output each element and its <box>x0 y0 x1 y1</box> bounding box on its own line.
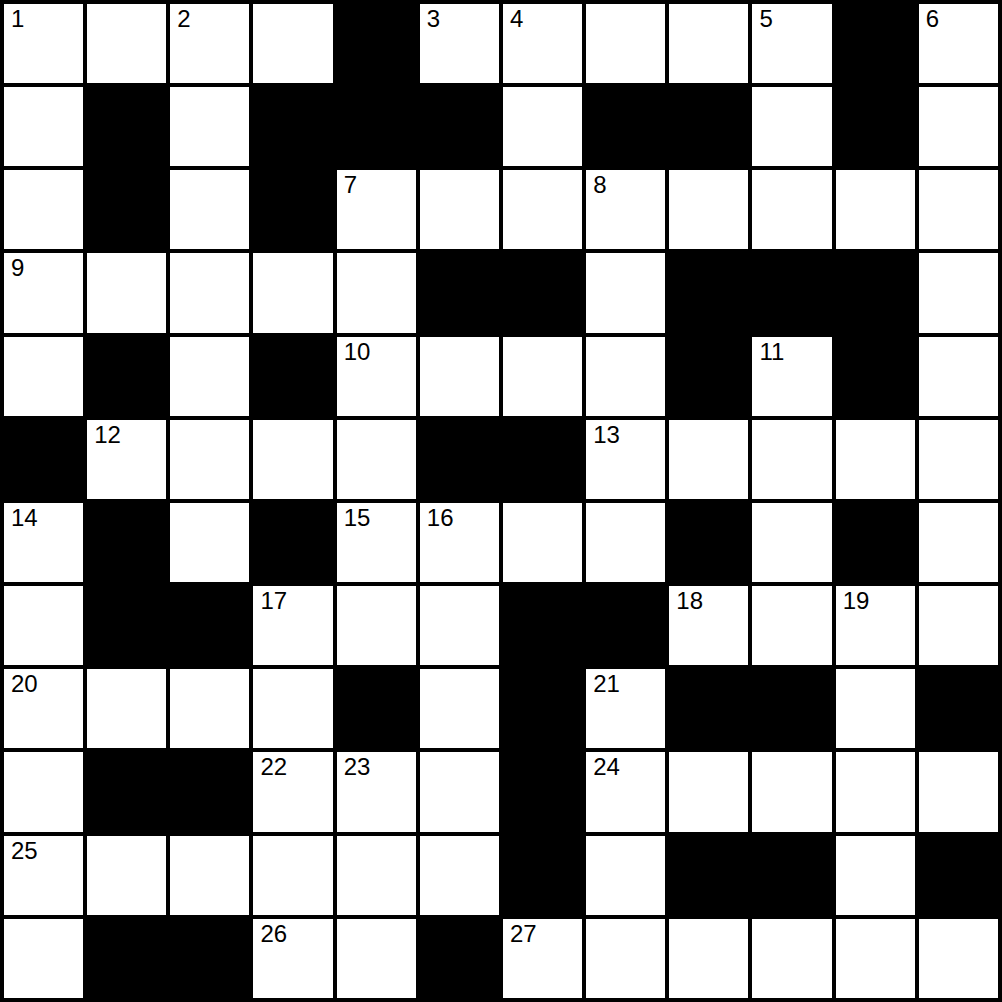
white-cell[interactable] <box>420 752 499 831</box>
white-cell[interactable] <box>87 836 166 915</box>
clue-number: 6 <box>926 5 939 33</box>
black-cell <box>420 420 499 499</box>
white-cell[interactable]: 10 <box>337 337 416 416</box>
white-cell[interactable] <box>420 586 499 665</box>
black-cell <box>253 503 332 582</box>
white-cell[interactable] <box>586 836 665 915</box>
clue-number: 21 <box>593 670 620 698</box>
white-cell[interactable] <box>752 919 831 998</box>
black-cell <box>669 503 748 582</box>
clue-number: 18 <box>676 587 703 615</box>
white-cell[interactable] <box>87 4 166 83</box>
white-cell[interactable]: 5 <box>752 4 831 83</box>
black-cell <box>919 669 998 748</box>
white-cell[interactable] <box>836 170 915 249</box>
clue-number: 1 <box>11 5 24 33</box>
white-cell[interactable] <box>503 87 582 166</box>
white-cell[interactable] <box>836 420 915 499</box>
clue-number: 14 <box>11 504 38 532</box>
black-cell <box>836 4 915 83</box>
black-cell <box>337 87 416 166</box>
black-cell <box>836 337 915 416</box>
white-cell[interactable]: 24 <box>586 752 665 831</box>
white-cell[interactable] <box>752 752 831 831</box>
white-cell[interactable] <box>87 253 166 332</box>
clue-number: 7 <box>344 171 357 199</box>
black-cell <box>253 337 332 416</box>
black-cell <box>87 337 166 416</box>
black-cell <box>586 586 665 665</box>
black-cell <box>919 836 998 915</box>
white-cell[interactable]: 3 <box>420 4 499 83</box>
white-cell[interactable] <box>836 669 915 748</box>
white-cell[interactable] <box>919 337 998 416</box>
white-cell[interactable] <box>4 170 83 249</box>
white-cell[interactable] <box>669 170 748 249</box>
white-cell[interactable] <box>919 503 998 582</box>
black-cell <box>669 337 748 416</box>
black-cell <box>87 503 166 582</box>
white-cell[interactable] <box>836 752 915 831</box>
white-cell[interactable] <box>669 919 748 998</box>
clue-number: 25 <box>11 837 38 865</box>
white-cell[interactable]: 26 <box>253 919 332 998</box>
white-cell[interactable] <box>669 4 748 83</box>
black-cell <box>836 253 915 332</box>
white-cell[interactable] <box>752 420 831 499</box>
white-cell[interactable] <box>253 420 332 499</box>
white-cell[interactable] <box>337 836 416 915</box>
white-cell[interactable] <box>919 752 998 831</box>
clue-number: 11 <box>759 338 784 366</box>
white-cell[interactable] <box>836 836 915 915</box>
clue-number: 12 <box>94 421 121 449</box>
black-cell <box>170 752 249 831</box>
white-cell[interactable] <box>170 420 249 499</box>
black-cell <box>669 87 748 166</box>
white-cell[interactable]: 21 <box>586 669 665 748</box>
white-cell[interactable] <box>170 87 249 166</box>
black-cell <box>836 503 915 582</box>
white-cell[interactable] <box>919 420 998 499</box>
clue-number: 23 <box>344 753 371 781</box>
black-cell <box>503 669 582 748</box>
black-cell <box>752 669 831 748</box>
clue-number: 5 <box>759 5 772 33</box>
black-cell <box>752 836 831 915</box>
white-cell[interactable] <box>337 586 416 665</box>
white-cell[interactable]: 14 <box>4 503 83 582</box>
black-cell <box>87 170 166 249</box>
white-cell[interactable]: 13 <box>586 420 665 499</box>
black-cell <box>337 4 416 83</box>
white-cell[interactable] <box>87 669 166 748</box>
black-cell <box>503 586 582 665</box>
clue-number: 22 <box>260 753 287 781</box>
white-cell[interactable] <box>919 919 998 998</box>
black-cell <box>87 919 166 998</box>
black-cell <box>752 253 831 332</box>
white-cell[interactable]: 9 <box>4 253 83 332</box>
black-cell <box>503 836 582 915</box>
white-cell[interactable]: 11 <box>752 337 831 416</box>
white-cell[interactable] <box>752 503 831 582</box>
white-cell[interactable] <box>253 836 332 915</box>
clue-number: 9 <box>11 254 24 282</box>
white-cell[interactable]: 23 <box>337 752 416 831</box>
white-cell[interactable]: 12 <box>87 420 166 499</box>
black-cell <box>420 919 499 998</box>
black-cell <box>253 170 332 249</box>
white-cell[interactable] <box>4 752 83 831</box>
white-cell[interactable] <box>253 253 332 332</box>
white-cell[interactable] <box>919 170 998 249</box>
black-cell <box>337 669 416 748</box>
black-cell <box>669 836 748 915</box>
white-cell[interactable] <box>170 503 249 582</box>
white-cell[interactable]: 20 <box>4 669 83 748</box>
black-cell <box>87 586 166 665</box>
white-cell[interactable] <box>586 503 665 582</box>
white-cell[interactable] <box>586 253 665 332</box>
white-cell[interactable] <box>420 669 499 748</box>
black-cell <box>503 253 582 332</box>
white-cell[interactable] <box>503 170 582 249</box>
white-cell[interactable] <box>170 253 249 332</box>
clue-number: 8 <box>593 171 606 199</box>
white-cell[interactable]: 15 <box>337 503 416 582</box>
clue-number: 10 <box>344 338 371 366</box>
white-cell[interactable]: 17 <box>253 586 332 665</box>
white-cell[interactable] <box>4 337 83 416</box>
white-cell[interactable]: 8 <box>586 170 665 249</box>
white-cell[interactable] <box>253 4 332 83</box>
white-cell[interactable]: 27 <box>503 919 582 998</box>
white-cell[interactable] <box>170 669 249 748</box>
black-cell <box>669 253 748 332</box>
white-cell[interactable] <box>420 170 499 249</box>
white-cell[interactable] <box>337 919 416 998</box>
clue-number: 17 <box>260 587 287 615</box>
clue-number: 26 <box>260 920 287 948</box>
white-cell[interactable] <box>919 586 998 665</box>
white-cell[interactable] <box>170 170 249 249</box>
white-cell[interactable]: 7 <box>337 170 416 249</box>
black-cell <box>503 420 582 499</box>
black-cell <box>420 253 499 332</box>
clue-number: 15 <box>344 504 371 532</box>
white-cell[interactable] <box>919 253 998 332</box>
white-cell[interactable]: 6 <box>919 4 998 83</box>
white-cell[interactable] <box>170 836 249 915</box>
white-cell[interactable] <box>752 586 831 665</box>
white-cell[interactable] <box>337 420 416 499</box>
white-cell[interactable] <box>669 420 748 499</box>
clue-number: 19 <box>843 587 870 615</box>
clue-number: 24 <box>593 753 620 781</box>
white-cell[interactable]: 4 <box>503 4 582 83</box>
white-cell[interactable] <box>337 253 416 332</box>
black-cell <box>503 752 582 831</box>
clue-number: 20 <box>11 670 38 698</box>
black-cell <box>669 669 748 748</box>
white-cell[interactable] <box>586 919 665 998</box>
clue-number: 2 <box>177 5 190 33</box>
clue-number: 4 <box>510 5 523 33</box>
white-cell[interactable] <box>420 337 499 416</box>
clue-number: 16 <box>427 504 454 532</box>
white-cell[interactable]: 25 <box>4 836 83 915</box>
white-cell[interactable]: 1 <box>4 4 83 83</box>
white-cell[interactable] <box>586 337 665 416</box>
white-cell[interactable]: 2 <box>170 4 249 83</box>
white-cell[interactable] <box>4 87 83 166</box>
clue-number: 13 <box>593 421 620 449</box>
white-cell[interactable] <box>253 669 332 748</box>
black-cell <box>170 586 249 665</box>
white-cell[interactable] <box>669 752 748 831</box>
black-cell <box>586 87 665 166</box>
white-cell[interactable]: 19 <box>836 586 915 665</box>
white-cell[interactable] <box>919 87 998 166</box>
white-cell[interactable] <box>420 836 499 915</box>
white-cell[interactable] <box>752 170 831 249</box>
crossword-grid: 1234567891011121314151617181920212223242… <box>0 0 1002 1002</box>
white-cell[interactable] <box>503 337 582 416</box>
white-cell[interactable]: 22 <box>253 752 332 831</box>
white-cell[interactable] <box>836 919 915 998</box>
black-cell <box>170 919 249 998</box>
clue-number: 3 <box>427 5 440 33</box>
white-cell[interactable]: 18 <box>669 586 748 665</box>
white-cell[interactable]: 16 <box>420 503 499 582</box>
clue-number: 27 <box>510 920 537 948</box>
white-cell[interactable] <box>586 4 665 83</box>
black-cell <box>87 752 166 831</box>
white-cell[interactable] <box>503 503 582 582</box>
black-cell <box>87 87 166 166</box>
white-cell[interactable] <box>752 87 831 166</box>
black-cell <box>4 420 83 499</box>
white-cell[interactable] <box>4 586 83 665</box>
white-cell[interactable] <box>4 919 83 998</box>
white-cell[interactable] <box>170 337 249 416</box>
black-cell <box>836 87 915 166</box>
black-cell <box>420 87 499 166</box>
black-cell <box>253 87 332 166</box>
